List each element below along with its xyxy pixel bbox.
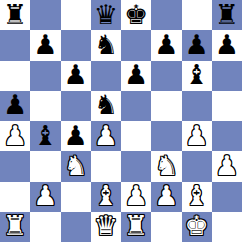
square-d3[interactable] [91,151,121,181]
piece-white-pawn: ♟ [185,122,209,149]
piece-white-rook: ♜ [124,212,148,239]
square-d1[interactable]: ♛ [91,212,121,242]
square-a3[interactable] [0,151,30,181]
square-a6[interactable] [0,61,30,91]
square-b8[interactable] [30,0,60,30]
piece-black-pawn: ♟ [64,122,88,149]
piece-black-rook: ♜ [3,1,27,28]
square-c2[interactable] [61,182,91,212]
piece-black-knight: ♞ [94,91,118,118]
square-h3[interactable]: ♟ [212,151,242,181]
piece-black-pawn: ♟ [185,31,209,58]
square-g6[interactable]: ♝ [182,61,212,91]
piece-white-pawn: ♟ [33,182,57,209]
piece-black-pawn: ♟ [124,61,148,88]
square-b6[interactable] [30,61,60,91]
square-f6[interactable] [151,61,181,91]
square-d7[interactable]: ♞ [91,30,121,60]
piece-white-pawn: ♟ [94,122,118,149]
square-g5[interactable] [182,91,212,121]
square-e3[interactable] [121,151,151,181]
square-d2[interactable]: ♝ [91,182,121,212]
square-b1[interactable] [30,212,60,242]
piece-black-king: ♚ [124,1,148,28]
square-f3[interactable]: ♞ [151,151,181,181]
square-g2[interactable]: ♝ [182,182,212,212]
square-d6[interactable] [91,61,121,91]
piece-white-knight: ♞ [154,152,178,179]
square-c7[interactable] [61,30,91,60]
piece-white-bishop: ♝ [185,182,209,209]
square-e1[interactable]: ♜ [121,212,151,242]
square-c1[interactable] [61,212,91,242]
square-h2[interactable] [212,182,242,212]
square-d8[interactable]: ♛ [91,0,121,30]
square-e5[interactable] [121,91,151,121]
square-c3[interactable]: ♞ [61,151,91,181]
piece-white-king: ♚ [185,212,209,239]
square-h6[interactable] [212,61,242,91]
square-a1[interactable]: ♜ [0,212,30,242]
piece-black-pawn: ♟ [33,31,57,58]
square-a2[interactable] [0,182,30,212]
square-f7[interactable]: ♟ [151,30,181,60]
square-f8[interactable] [151,0,181,30]
square-e6[interactable]: ♟ [121,61,151,91]
square-c5[interactable] [61,91,91,121]
square-h4[interactable] [212,121,242,151]
square-b7[interactable]: ♟ [30,30,60,60]
piece-black-pawn: ♟ [154,31,178,58]
square-g8[interactable] [182,0,212,30]
piece-white-pawn: ♟ [124,182,148,209]
square-d5[interactable]: ♞ [91,91,121,121]
square-a7[interactable] [0,30,30,60]
piece-white-knight: ♞ [64,152,88,179]
square-d4[interactable]: ♟ [91,121,121,151]
piece-white-pawn: ♟ [3,122,27,149]
square-c6[interactable]: ♟ [61,61,91,91]
square-f5[interactable] [151,91,181,121]
piece-black-pawn: ♟ [215,31,239,58]
square-h1[interactable] [212,212,242,242]
piece-black-bishop: ♝ [33,122,57,149]
square-e7[interactable] [121,30,151,60]
piece-black-pawn: ♟ [64,61,88,88]
piece-black-queen: ♛ [94,1,118,28]
square-h5[interactable] [212,91,242,121]
piece-black-bishop: ♝ [185,61,209,88]
square-g1[interactable]: ♚ [182,212,212,242]
piece-white-pawn: ♟ [154,182,178,209]
square-e2[interactable]: ♟ [121,182,151,212]
square-f4[interactable] [151,121,181,151]
square-e8[interactable]: ♚ [121,0,151,30]
piece-black-knight: ♞ [94,31,118,58]
square-g4[interactable]: ♟ [182,121,212,151]
square-h7[interactable]: ♟ [212,30,242,60]
square-b3[interactable] [30,151,60,181]
piece-white-bishop: ♝ [94,182,118,209]
square-a5[interactable]: ♟ [0,91,30,121]
square-a4[interactable]: ♟ [0,121,30,151]
square-b2[interactable]: ♟ [30,182,60,212]
square-b5[interactable] [30,91,60,121]
piece-black-pawn: ♟ [3,91,27,118]
square-g3[interactable] [182,151,212,181]
square-c4[interactable]: ♟ [61,121,91,151]
square-b4[interactable]: ♝ [30,121,60,151]
square-f2[interactable]: ♟ [151,182,181,212]
piece-white-rook: ♜ [3,212,27,239]
square-e4[interactable] [121,121,151,151]
piece-black-rook: ♜ [215,1,239,28]
square-h8[interactable]: ♜ [212,0,242,30]
square-c8[interactable] [61,0,91,30]
square-f1[interactable] [151,212,181,242]
piece-white-pawn: ♟ [215,152,239,179]
chess-board: ♜♛♚♜♟♞♟♟♟♟♟♝♟♞♟♝♟♟♟♞♞♟♟♝♟♟♝♜♛♜♚ [0,0,242,242]
square-a8[interactable]: ♜ [0,0,30,30]
square-g7[interactable]: ♟ [182,30,212,60]
piece-white-queen: ♛ [94,212,118,239]
